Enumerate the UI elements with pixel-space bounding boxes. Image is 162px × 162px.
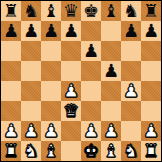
piece-white-pawn-h2[interactable]: ♟ bbox=[143, 121, 159, 141]
square-b3[interactable] bbox=[21, 101, 41, 121]
piece-black-pawn-g7[interactable]: ♟ bbox=[123, 21, 139, 41]
square-b8[interactable]: ♞ bbox=[21, 1, 41, 21]
piece-white-pawn-g4[interactable]: ♟ bbox=[123, 81, 139, 101]
piece-white-rook-a1[interactable]: ♜ bbox=[3, 141, 19, 161]
square-f6[interactable] bbox=[101, 41, 121, 61]
square-c7[interactable]: ♟ bbox=[41, 21, 61, 41]
square-c6[interactable] bbox=[41, 41, 61, 61]
square-b4[interactable] bbox=[21, 81, 41, 101]
square-e8[interactable]: ♚ bbox=[81, 1, 101, 21]
square-g3[interactable] bbox=[121, 101, 141, 121]
square-a6[interactable] bbox=[1, 41, 21, 61]
square-a2[interactable]: ♟ bbox=[1, 121, 21, 141]
square-e1[interactable]: ♚ bbox=[81, 141, 101, 161]
square-c5[interactable] bbox=[41, 61, 61, 81]
piece-black-rook-h8[interactable]: ♜ bbox=[143, 1, 159, 21]
square-a5[interactable] bbox=[1, 61, 21, 81]
square-a8[interactable]: ♜ bbox=[1, 1, 21, 21]
square-g8[interactable]: ♞ bbox=[121, 1, 141, 21]
square-c4[interactable] bbox=[41, 81, 61, 101]
square-e7[interactable] bbox=[81, 21, 101, 41]
piece-white-bishop-f1[interactable]: ♝ bbox=[103, 141, 119, 161]
piece-black-pawn-h7[interactable]: ♟ bbox=[143, 21, 159, 41]
piece-black-pawn-e6[interactable]: ♟ bbox=[83, 41, 99, 61]
piece-white-pawn-d4[interactable]: ♟ bbox=[63, 81, 79, 101]
square-g2[interactable] bbox=[121, 121, 141, 141]
piece-black-rook-a8[interactable]: ♜ bbox=[3, 1, 19, 21]
square-b1[interactable]: ♞ bbox=[21, 141, 41, 161]
piece-white-bishop-c1[interactable]: ♝ bbox=[43, 141, 59, 161]
square-d6[interactable] bbox=[61, 41, 81, 61]
square-e3[interactable] bbox=[81, 101, 101, 121]
square-e5[interactable] bbox=[81, 61, 101, 81]
piece-black-knight-g8[interactable]: ♞ bbox=[123, 1, 139, 21]
piece-black-pawn-f5[interactable]: ♟ bbox=[103, 61, 119, 81]
square-h7[interactable]: ♟ bbox=[141, 21, 161, 41]
square-d7[interactable]: ♟ bbox=[61, 21, 81, 41]
piece-black-bishop-c8[interactable]: ♝ bbox=[43, 1, 59, 21]
piece-white-knight-b1[interactable]: ♞ bbox=[23, 141, 39, 161]
square-a3[interactable] bbox=[1, 101, 21, 121]
square-h6[interactable] bbox=[141, 41, 161, 61]
square-d2[interactable] bbox=[61, 121, 81, 141]
square-h4[interactable] bbox=[141, 81, 161, 101]
square-g4[interactable]: ♟ bbox=[121, 81, 141, 101]
square-f5[interactable]: ♟ bbox=[101, 61, 121, 81]
square-c3[interactable] bbox=[41, 101, 61, 121]
square-g1[interactable]: ♞ bbox=[121, 141, 141, 161]
piece-white-knight-g1[interactable]: ♞ bbox=[123, 141, 139, 161]
square-f8[interactable]: ♝ bbox=[101, 1, 121, 21]
piece-white-pawn-f2[interactable]: ♟ bbox=[103, 121, 119, 141]
square-f4[interactable] bbox=[101, 81, 121, 101]
square-c2[interactable]: ♟ bbox=[41, 121, 61, 141]
piece-white-pawn-b2[interactable]: ♟ bbox=[23, 121, 39, 141]
piece-black-king-e8[interactable]: ♚ bbox=[83, 1, 99, 21]
square-c8[interactable]: ♝ bbox=[41, 1, 61, 21]
square-f1[interactable]: ♝ bbox=[101, 141, 121, 161]
piece-black-pawn-a7[interactable]: ♟ bbox=[3, 21, 19, 41]
square-e6[interactable]: ♟ bbox=[81, 41, 101, 61]
chess-board-frame: ♜♞♝♛♚♝♞♜♟♟♟♟♟♟♟♟♟♟♛♟♟♟♟♟♟♜♞♝♚♝♞♜ bbox=[0, 0, 162, 162]
piece-white-queen-d3[interactable]: ♛ bbox=[63, 101, 79, 121]
square-d3[interactable]: ♛ bbox=[61, 101, 81, 121]
square-e2[interactable]: ♟ bbox=[81, 121, 101, 141]
piece-white-pawn-c2[interactable]: ♟ bbox=[43, 121, 59, 141]
square-h2[interactable]: ♟ bbox=[141, 121, 161, 141]
square-h8[interactable]: ♜ bbox=[141, 1, 161, 21]
chess-board: ♜♞♝♛♚♝♞♜♟♟♟♟♟♟♟♟♟♟♛♟♟♟♟♟♟♜♞♝♚♝♞♜ bbox=[1, 1, 161, 161]
square-b5[interactable] bbox=[21, 61, 41, 81]
square-g5[interactable] bbox=[121, 61, 141, 81]
square-f7[interactable] bbox=[101, 21, 121, 41]
square-g7[interactable]: ♟ bbox=[121, 21, 141, 41]
square-a7[interactable]: ♟ bbox=[1, 21, 21, 41]
square-g6[interactable] bbox=[121, 41, 141, 61]
square-h1[interactable]: ♜ bbox=[141, 141, 161, 161]
square-b2[interactable]: ♟ bbox=[21, 121, 41, 141]
square-f2[interactable]: ♟ bbox=[101, 121, 121, 141]
square-d5[interactable] bbox=[61, 61, 81, 81]
square-h5[interactable] bbox=[141, 61, 161, 81]
square-d8[interactable]: ♛ bbox=[61, 1, 81, 21]
piece-black-pawn-d7[interactable]: ♟ bbox=[63, 21, 79, 41]
square-f3[interactable] bbox=[101, 101, 121, 121]
square-a4[interactable] bbox=[1, 81, 21, 101]
square-b7[interactable]: ♟ bbox=[21, 21, 41, 41]
piece-white-rook-h1[interactable]: ♜ bbox=[143, 141, 159, 161]
piece-black-knight-b8[interactable]: ♞ bbox=[23, 1, 39, 21]
piece-white-pawn-a2[interactable]: ♟ bbox=[3, 121, 19, 141]
piece-black-queen-d8[interactable]: ♛ bbox=[63, 1, 79, 21]
piece-black-pawn-c7[interactable]: ♟ bbox=[43, 21, 59, 41]
square-d1[interactable] bbox=[61, 141, 81, 161]
piece-black-bishop-f8[interactable]: ♝ bbox=[103, 1, 119, 21]
piece-black-pawn-b7[interactable]: ♟ bbox=[23, 21, 39, 41]
square-a1[interactable]: ♜ bbox=[1, 141, 21, 161]
piece-white-pawn-e2[interactable]: ♟ bbox=[83, 121, 99, 141]
piece-white-king-e1[interactable]: ♚ bbox=[83, 141, 99, 161]
square-e4[interactable] bbox=[81, 81, 101, 101]
square-b6[interactable] bbox=[21, 41, 41, 61]
square-h3[interactable] bbox=[141, 101, 161, 121]
square-d4[interactable]: ♟ bbox=[61, 81, 81, 101]
square-c1[interactable]: ♝ bbox=[41, 141, 61, 161]
